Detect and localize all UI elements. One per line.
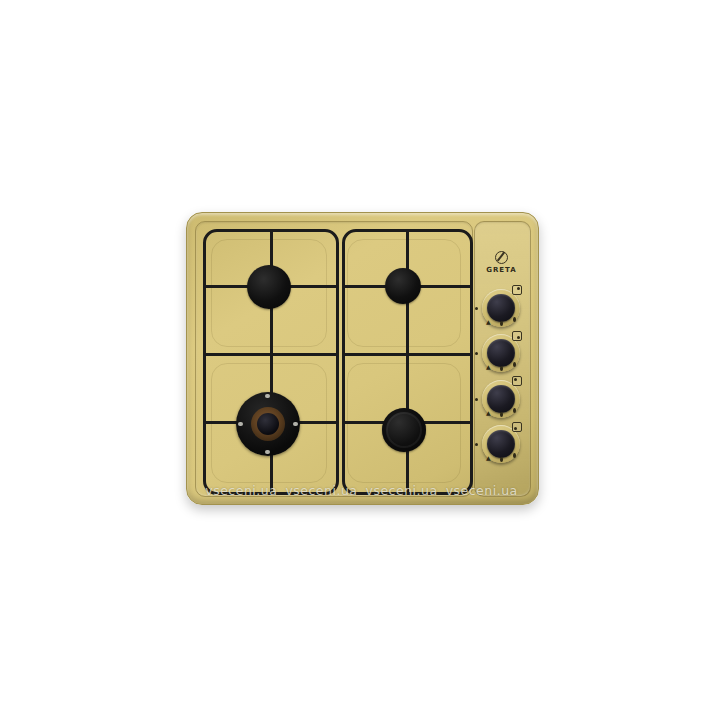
burner-well	[251, 407, 285, 441]
brand-name: GRETA	[474, 266, 529, 274]
watermark-text: vseceni.ua	[366, 483, 438, 498]
burner-indicator-icon-3	[512, 376, 522, 386]
knob-off-mark	[475, 307, 478, 310]
gas-cooktop: GRETA ▲ ▲ ▲ ▲	[186, 212, 539, 505]
burner-back-right	[385, 268, 421, 304]
knob-high-flame-mark: ▲	[486, 455, 491, 461]
burner-front-left	[236, 392, 300, 456]
knob-high-flame-mark: ▲	[486, 410, 491, 416]
knob-off-mark	[475, 443, 478, 446]
burner-clip	[265, 450, 270, 454]
watermark-text: vseceni.ua	[446, 483, 518, 498]
knob-off-mark	[475, 352, 478, 355]
knob-flame-mark	[513, 408, 516, 413]
knob-flame-mark	[513, 362, 516, 367]
burner-front-right	[382, 408, 426, 452]
burner-indicator-icon-1	[512, 285, 522, 295]
burner-indicator-icon-2	[512, 331, 522, 341]
brand-block: GRETA	[474, 251, 529, 274]
knob-low-flame-mark	[500, 457, 503, 462]
watermark-text: vseceni.ua	[205, 483, 277, 498]
knob-flame-mark	[513, 453, 516, 458]
knob-off-mark	[475, 398, 478, 401]
burner-back-left	[247, 265, 291, 309]
burner-clip	[265, 394, 270, 398]
knob-high-flame-mark: ▲	[486, 319, 491, 325]
burner-clip	[238, 422, 243, 426]
burner-cap	[257, 413, 279, 435]
burner-indicator-icon-4	[512, 422, 522, 432]
burner-clip	[293, 422, 298, 426]
greta-logo-icon	[495, 251, 508, 264]
watermark: vseceni.uavseceni.uavseceni.uavseceni.ua	[186, 483, 537, 498]
knob-low-flame-mark	[500, 366, 503, 371]
knob-flame-mark	[513, 317, 516, 322]
watermark-text: vseceni.ua	[285, 483, 357, 498]
knob-low-flame-mark	[500, 412, 503, 417]
knob-low-flame-mark	[500, 321, 503, 326]
knob-high-flame-mark: ▲	[486, 364, 491, 370]
